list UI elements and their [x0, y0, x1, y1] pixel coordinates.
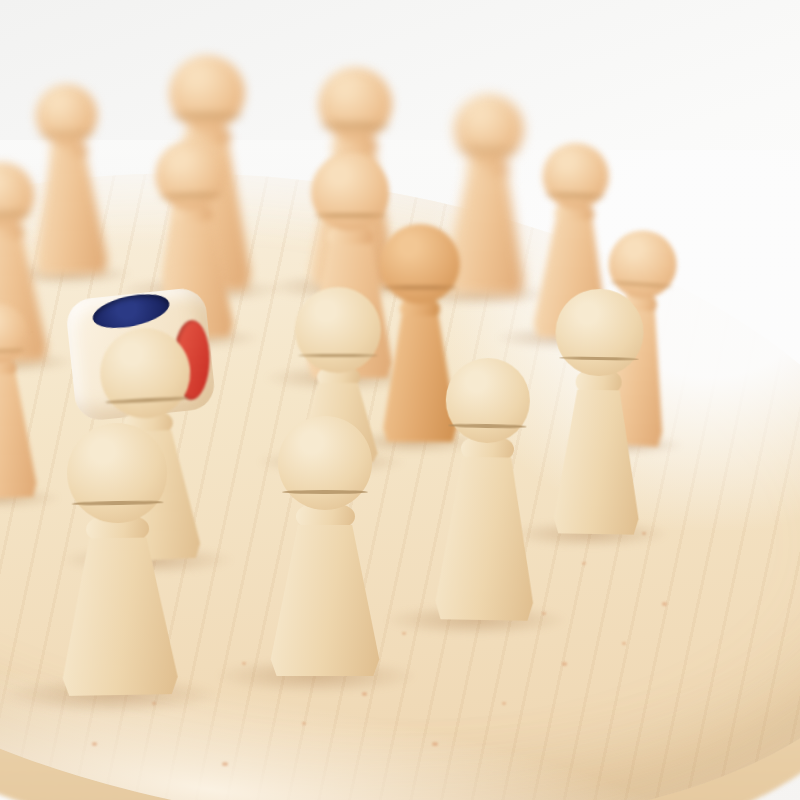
peg-head	[0, 302, 27, 364]
peg-head	[34, 83, 99, 148]
peg-head	[318, 66, 393, 141]
peg-head	[555, 288, 644, 377]
board-speckle	[302, 722, 306, 725]
peg-head-groove	[172, 114, 242, 117]
peg-head	[295, 287, 381, 373]
peg-head	[169, 55, 245, 131]
peg-head	[0, 161, 36, 230]
board-speckle	[362, 692, 367, 696]
peg-piece[interactable]	[0, 302, 39, 499]
peg-piece[interactable]	[266, 416, 384, 676]
peg-body	[431, 456, 540, 621]
peg-head	[278, 416, 372, 510]
board-speckle	[402, 632, 406, 635]
peg-body	[550, 389, 645, 535]
peg-head	[452, 93, 525, 166]
peg-body	[55, 537, 183, 696]
peg-head	[65, 422, 167, 524]
peg-piece[interactable]	[431, 357, 542, 621]
peg-head	[154, 139, 226, 211]
peg-piece[interactable]	[53, 422, 183, 696]
peg-head	[311, 153, 389, 231]
peg-head	[98, 326, 193, 421]
board-speckle	[562, 662, 567, 666]
peg-head	[445, 357, 531, 443]
peg-head	[542, 142, 610, 210]
board-speckle	[582, 562, 586, 565]
peg-body	[0, 372, 39, 499]
peg-head-groove	[282, 490, 369, 494]
board-speckle	[92, 742, 97, 746]
board-speckle	[502, 702, 506, 705]
board-speckle	[622, 642, 626, 645]
peg-head	[380, 224, 460, 304]
scene	[0, 0, 800, 800]
peg-body	[266, 525, 384, 676]
peg-piece[interactable]	[550, 288, 646, 535]
board-speckle	[662, 602, 667, 606]
